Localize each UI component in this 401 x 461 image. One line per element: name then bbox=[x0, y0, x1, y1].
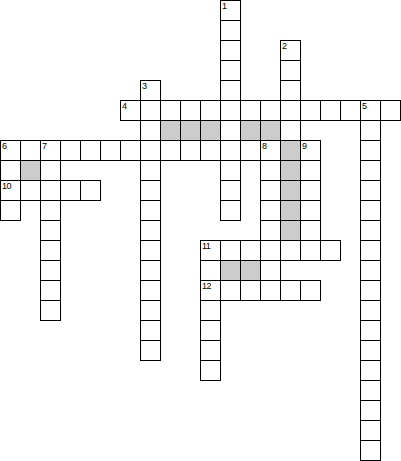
letter-cell[interactable] bbox=[360, 180, 381, 201]
letter-cell[interactable]: 6 bbox=[0, 140, 21, 161]
shaded-cell bbox=[280, 220, 301, 241]
clue-number: 3 bbox=[141, 81, 160, 91]
letter-cell[interactable] bbox=[320, 240, 341, 261]
letter-cell[interactable] bbox=[80, 180, 101, 201]
letter-cell[interactable] bbox=[140, 340, 161, 361]
letter-cell[interactable] bbox=[220, 60, 241, 81]
letter-cell[interactable] bbox=[140, 280, 161, 301]
shaded-cell bbox=[20, 160, 41, 181]
shaded-cell bbox=[280, 140, 301, 161]
letter-cell[interactable] bbox=[140, 320, 161, 341]
letter-cell[interactable]: 2 bbox=[280, 40, 301, 61]
letter-cell[interactable] bbox=[200, 260, 221, 281]
letter-cell[interactable] bbox=[200, 100, 221, 121]
shaded-cell bbox=[240, 120, 261, 141]
letter-cell[interactable] bbox=[140, 260, 161, 281]
letter-cell[interactable] bbox=[320, 100, 341, 121]
clue-number: 11 bbox=[201, 241, 220, 251]
letter-cell[interactable] bbox=[40, 240, 61, 261]
letter-cell[interactable] bbox=[340, 100, 361, 121]
letter-cell[interactable] bbox=[360, 420, 381, 441]
letter-cell[interactable] bbox=[140, 160, 161, 181]
letter-cell[interactable] bbox=[140, 140, 161, 161]
letter-cell[interactable] bbox=[360, 360, 381, 381]
letter-cell[interactable] bbox=[280, 60, 301, 81]
letter-cell[interactable] bbox=[0, 200, 21, 221]
letter-cell[interactable] bbox=[360, 260, 381, 281]
letter-cell[interactable] bbox=[360, 220, 381, 241]
clue-number: 12 bbox=[201, 281, 220, 291]
letter-cell[interactable] bbox=[20, 140, 41, 161]
letter-cell[interactable] bbox=[100, 140, 121, 161]
letter-cell[interactable] bbox=[180, 140, 201, 161]
clue-number: 2 bbox=[281, 41, 300, 51]
letter-cell[interactable] bbox=[140, 180, 161, 201]
letter-cell[interactable] bbox=[220, 120, 241, 141]
shaded-cell bbox=[160, 120, 181, 141]
letter-cell[interactable] bbox=[280, 120, 301, 141]
letter-cell[interactable] bbox=[0, 160, 21, 181]
clue-number: 7 bbox=[41, 141, 60, 151]
letter-cell[interactable] bbox=[140, 240, 161, 261]
clue-number: 4 bbox=[121, 101, 140, 111]
letter-cell[interactable] bbox=[140, 120, 161, 141]
letter-cell[interactable]: 9 bbox=[300, 140, 321, 161]
shaded-cell bbox=[280, 200, 301, 221]
letter-cell[interactable] bbox=[40, 260, 61, 281]
letter-cell[interactable]: 12 bbox=[200, 280, 221, 301]
letter-cell[interactable] bbox=[40, 200, 61, 221]
letter-cell[interactable] bbox=[260, 160, 281, 181]
clue-number: 1 bbox=[221, 1, 240, 11]
letter-cell[interactable] bbox=[300, 160, 321, 181]
letter-cell[interactable] bbox=[220, 80, 241, 101]
letter-cell[interactable] bbox=[40, 180, 61, 201]
clue-number: 5 bbox=[361, 101, 380, 111]
letter-cell[interactable] bbox=[220, 180, 241, 201]
letter-cell[interactable] bbox=[280, 280, 301, 301]
crossword-grid: 123456789101112 bbox=[0, 0, 400, 460]
clue-number: 10 bbox=[1, 181, 20, 191]
letter-cell[interactable] bbox=[260, 200, 281, 221]
letter-cell[interactable] bbox=[280, 100, 301, 121]
letter-cell[interactable] bbox=[360, 440, 381, 461]
letter-cell[interactable] bbox=[260, 180, 281, 201]
letter-cell[interactable] bbox=[140, 220, 161, 241]
letter-cell[interactable] bbox=[300, 180, 321, 201]
letter-cell[interactable] bbox=[240, 140, 261, 161]
letter-cell[interactable] bbox=[360, 280, 381, 301]
letter-cell[interactable] bbox=[260, 260, 281, 281]
letter-cell[interactable] bbox=[260, 100, 281, 121]
letter-cell[interactable] bbox=[160, 100, 181, 121]
letter-cell[interactable] bbox=[260, 240, 281, 261]
letter-cell[interactable] bbox=[220, 100, 241, 121]
letter-cell[interactable] bbox=[280, 80, 301, 101]
shaded-cell bbox=[240, 260, 261, 281]
shaded-cell bbox=[280, 180, 301, 201]
letter-cell[interactable] bbox=[140, 300, 161, 321]
letter-cell[interactable] bbox=[360, 380, 381, 401]
letter-cell[interactable]: 7 bbox=[40, 140, 61, 161]
letter-cell[interactable] bbox=[360, 300, 381, 321]
letter-cell[interactable] bbox=[240, 280, 261, 301]
letter-cell[interactable] bbox=[220, 20, 241, 41]
shaded-cell bbox=[180, 120, 201, 141]
letter-cell[interactable]: 11 bbox=[200, 240, 221, 261]
shaded-cell bbox=[260, 120, 281, 141]
letter-cell[interactable] bbox=[360, 400, 381, 421]
letter-cell[interactable] bbox=[300, 100, 321, 121]
letter-cell[interactable] bbox=[300, 280, 321, 301]
clue-number: 6 bbox=[1, 141, 20, 151]
letter-cell[interactable]: 5 bbox=[360, 100, 381, 121]
letter-cell[interactable] bbox=[160, 140, 181, 161]
letter-cell[interactable] bbox=[300, 240, 321, 261]
letter-cell[interactable] bbox=[360, 120, 381, 141]
shaded-cell bbox=[220, 260, 241, 281]
letter-cell[interactable] bbox=[360, 240, 381, 261]
letter-cell[interactable] bbox=[40, 300, 61, 321]
letter-cell[interactable] bbox=[380, 100, 401, 121]
letter-cell[interactable] bbox=[40, 220, 61, 241]
letter-cell[interactable] bbox=[220, 40, 241, 61]
letter-cell[interactable] bbox=[220, 200, 241, 221]
letter-cell[interactable] bbox=[60, 180, 81, 201]
letter-cell[interactable] bbox=[220, 160, 241, 181]
letter-cell[interactable] bbox=[360, 140, 381, 161]
clue-number: 9 bbox=[301, 141, 320, 151]
letter-cell[interactable] bbox=[260, 220, 281, 241]
clue-number: 8 bbox=[261, 141, 280, 151]
letter-cell[interactable] bbox=[360, 160, 381, 181]
letter-cell[interactable] bbox=[180, 100, 201, 121]
letter-cell[interactable] bbox=[300, 220, 321, 241]
letter-cell[interactable] bbox=[40, 160, 61, 181]
letter-cell[interactable] bbox=[200, 360, 221, 381]
letter-cell[interactable] bbox=[200, 300, 221, 321]
letter-cell[interactable] bbox=[60, 140, 81, 161]
letter-cell[interactable]: 10 bbox=[0, 180, 21, 201]
letter-cell[interactable] bbox=[220, 240, 241, 261]
letter-cell[interactable] bbox=[280, 240, 301, 261]
letter-cell[interactable] bbox=[300, 200, 321, 221]
letter-cell[interactable] bbox=[360, 200, 381, 221]
letter-cell[interactable]: 1 bbox=[220, 0, 241, 21]
shaded-cell bbox=[280, 160, 301, 181]
letter-cell[interactable] bbox=[20, 180, 41, 201]
letter-cell[interactable] bbox=[220, 140, 241, 161]
letter-cell[interactable] bbox=[140, 100, 161, 121]
shaded-cell bbox=[200, 120, 221, 141]
letter-cell[interactable] bbox=[140, 200, 161, 221]
letter-cell[interactable] bbox=[360, 320, 381, 341]
letter-cell[interactable]: 8 bbox=[260, 140, 281, 161]
letter-cell[interactable] bbox=[120, 140, 141, 161]
letter-cell[interactable] bbox=[240, 100, 261, 121]
letter-cell[interactable] bbox=[200, 340, 221, 361]
letter-cell[interactable] bbox=[200, 320, 221, 341]
letter-cell[interactable] bbox=[200, 140, 221, 161]
letter-cell[interactable]: 3 bbox=[140, 80, 161, 101]
letter-cell[interactable]: 4 bbox=[120, 100, 141, 121]
letter-cell[interactable] bbox=[240, 240, 261, 261]
letter-cell[interactable] bbox=[360, 340, 381, 361]
letter-cell[interactable] bbox=[220, 280, 241, 301]
letter-cell[interactable] bbox=[40, 280, 61, 301]
letter-cell[interactable] bbox=[80, 140, 101, 161]
letter-cell[interactable] bbox=[260, 280, 281, 301]
